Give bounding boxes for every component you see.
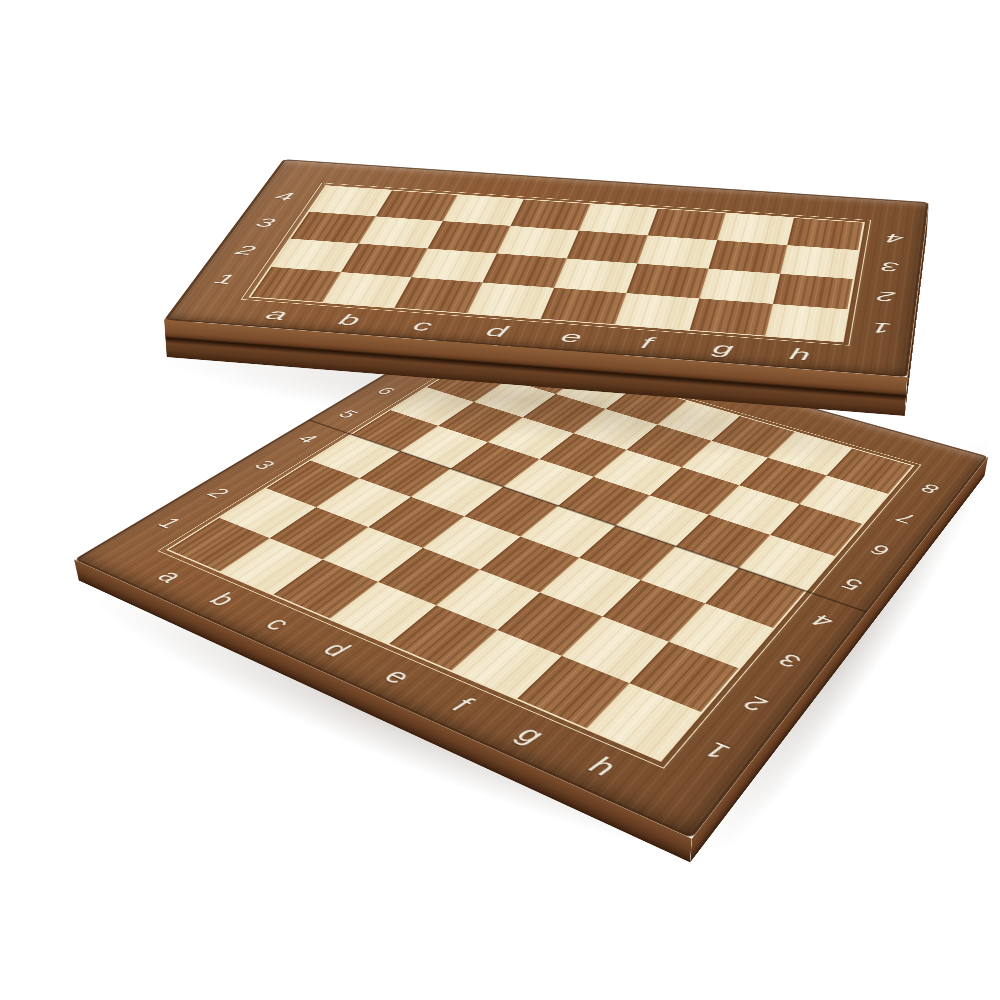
- open-square-f4: [579, 525, 676, 580]
- open-square-c2: [323, 527, 423, 582]
- folded-board-inlay-inner-line: [248, 185, 865, 342]
- open-square-f3: [540, 558, 641, 617]
- open-square-f2: [497, 593, 602, 656]
- open-square-c1: [274, 560, 378, 619]
- open-file-label-c: c: [237, 602, 318, 645]
- folded-file-label-d: d: [455, 320, 537, 343]
- folded-rank-label-left-1: 1: [186, 262, 264, 296]
- folded-square-h1: [765, 304, 847, 341]
- folded-chessboard: abcdefgh43214321: [164, 159, 928, 377]
- folded-square-f1: [615, 293, 699, 330]
- folded-square-b1: [322, 272, 411, 307]
- folded-square-g1: [690, 298, 773, 335]
- open-square-g3: [603, 580, 705, 642]
- folded-file-label-f: f: [606, 331, 688, 355]
- open-square-h5: [739, 535, 835, 591]
- open-square-d1: [330, 582, 436, 644]
- open-square-e2: [436, 570, 540, 630]
- scene: abcdefgh8765432187654321 abcdefgh4321432…: [0, 0, 1000, 1000]
- open-square-g5: [676, 515, 770, 568]
- open-square-e3: [480, 537, 579, 593]
- open-square-g4: [641, 546, 739, 603]
- folded-file-label-c: c: [381, 314, 464, 337]
- folded-file-label-e: e: [530, 325, 612, 348]
- folded-square-f3: [637, 235, 717, 268]
- folded-file-label-b: b: [308, 309, 391, 332]
- folded-square-g2: [699, 269, 780, 304]
- folded-rank-label-right-2: 2: [854, 279, 918, 314]
- folded-square-a2: [271, 239, 359, 272]
- folded-square-e3: [567, 231, 648, 264]
- folded-rank-label-right-1: 1: [848, 310, 914, 347]
- folded-rank-label-left-2: 2: [208, 234, 283, 266]
- open-square-a1: [169, 518, 270, 572]
- open-square-b1: [220, 538, 323, 594]
- open-square-d3: [423, 516, 521, 569]
- folded-square-h3: [780, 245, 858, 279]
- folded-file-label-g: g: [682, 337, 763, 361]
- folded-square-a1: [251, 267, 341, 302]
- folded-square-c2: [411, 248, 496, 282]
- open-square-h6: [770, 504, 862, 556]
- open-square-h4: [705, 568, 805, 628]
- folded-square-e1: [541, 288, 627, 324]
- folded-square-f2: [626, 264, 708, 299]
- folded-board-inlay-outer-line: [241, 183, 871, 346]
- open-square-h1: [587, 683, 701, 759]
- folded-square-d2: [482, 253, 566, 287]
- open-square-d2: [378, 548, 480, 605]
- open-square-h2: [629, 642, 738, 712]
- open-square-g1: [517, 656, 629, 728]
- open-square-e4: [520, 506, 615, 558]
- open-square-g2: [562, 616, 669, 683]
- open-square-f1: [452, 630, 562, 699]
- folded-square-c1: [395, 277, 483, 313]
- open-square-b2: [270, 507, 369, 559]
- folded-square-e2: [554, 258, 637, 293]
- folded-square-g3: [709, 240, 788, 274]
- folded-square-d1: [467, 282, 554, 318]
- folded-rank-label-right-3: 3: [859, 251, 921, 284]
- open-square-e1: [389, 605, 497, 670]
- folded-rank-label-right-4: 4: [864, 223, 925, 255]
- folded-file-label-a: a: [235, 303, 318, 326]
- folded-square-h2: [773, 274, 853, 310]
- folded-file-label-h: h: [759, 342, 840, 366]
- folded-board-grid: [251, 186, 863, 341]
- open-square-h3: [669, 603, 773, 668]
- open-rank-label-left-1: 1: [124, 500, 214, 547]
